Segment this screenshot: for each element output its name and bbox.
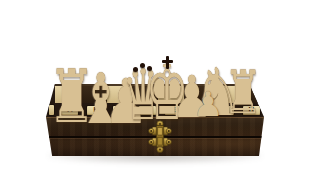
box-front-face	[46, 117, 264, 156]
chess-set-photo: A B C D E F G H	[0, 0, 310, 186]
rank-label-sliver	[49, 105, 54, 115]
square-h	[235, 86, 261, 103]
file-label-g: G	[217, 106, 234, 115]
queen-crown-tip	[147, 66, 152, 71]
square-e	[158, 86, 184, 103]
file-label-a: A	[61, 106, 78, 115]
file-label-h: H	[243, 106, 260, 115]
file-label-d: D	[139, 106, 156, 115]
square-a	[55, 86, 81, 103]
file-label-f: F	[191, 106, 208, 115]
square-b	[81, 86, 107, 103]
square-c	[107, 86, 133, 103]
queen-crown-tip	[133, 67, 138, 72]
box-front-top-edge	[46, 117, 264, 118]
coordinate-rail: A B C D E F G H	[57, 103, 264, 117]
king-cross-accent	[162, 56, 173, 69]
square-d	[132, 86, 158, 103]
file-label-c: C	[113, 106, 130, 115]
board-top-surface: A B C D E F G H	[46, 84, 264, 117]
queen-crown-tip	[140, 63, 145, 68]
file-label-e: E	[165, 106, 182, 115]
file-label-b: B	[87, 106, 104, 115]
brass-clasp-icon	[148, 120, 172, 153]
square-g	[210, 86, 236, 103]
board-squares-row	[55, 86, 261, 103]
square-f	[184, 86, 210, 103]
